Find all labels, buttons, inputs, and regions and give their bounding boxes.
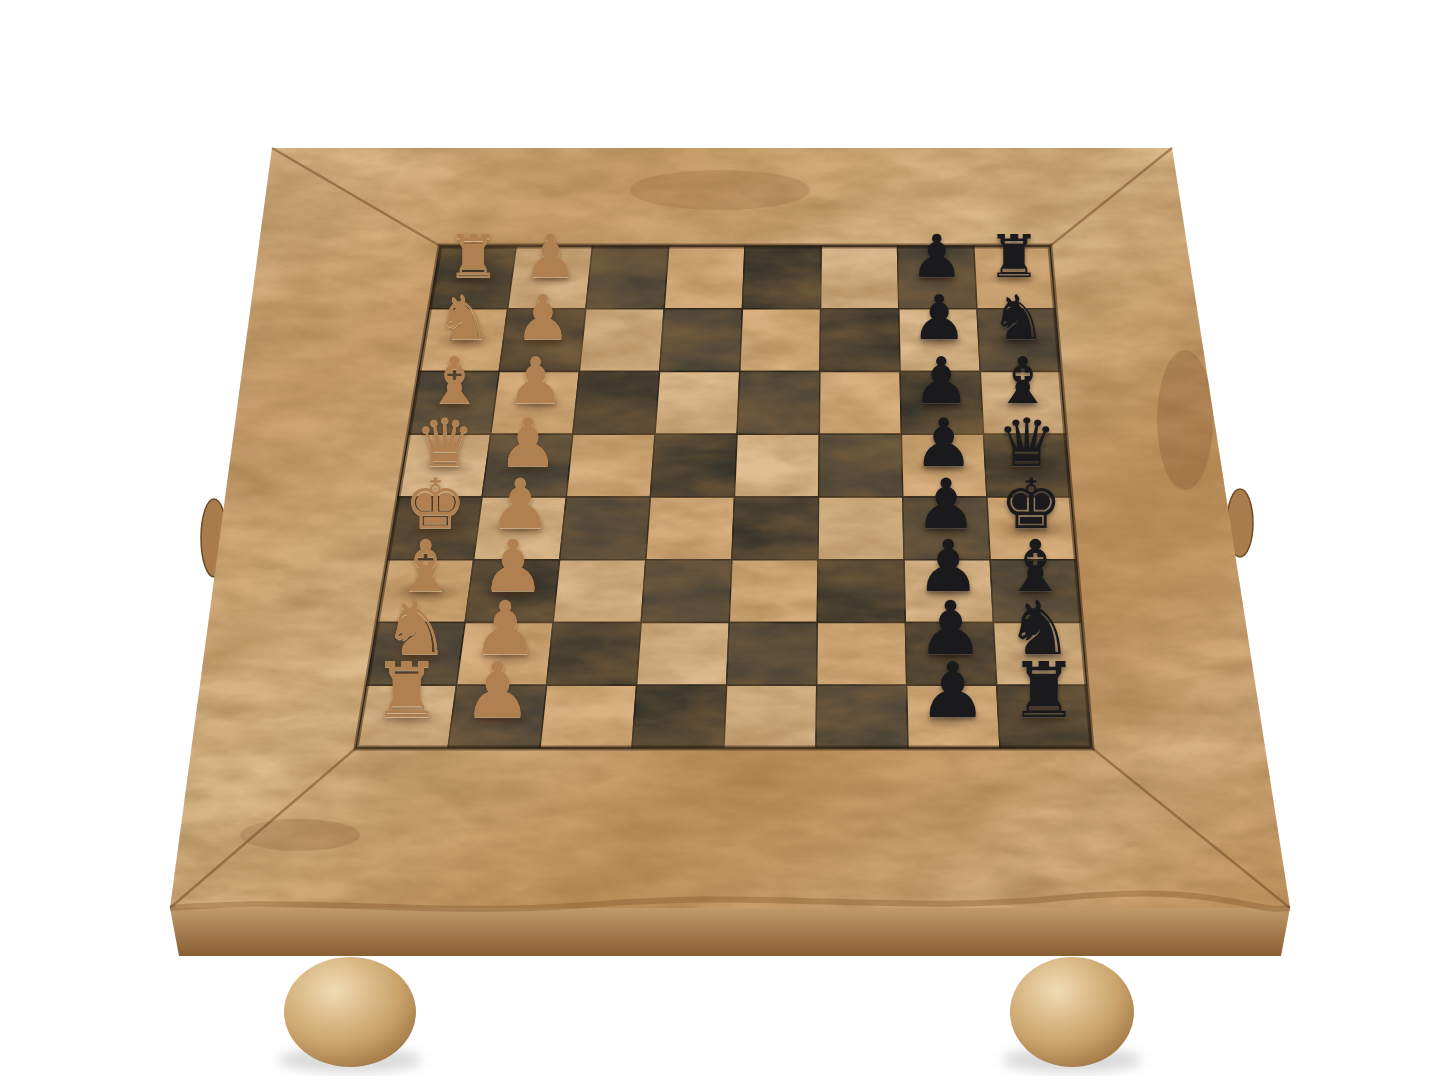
wood-knot [240, 819, 360, 851]
wood-grain-overlay [150, 130, 1310, 930]
table-front-edge [170, 908, 1290, 956]
wood-knot [1157, 350, 1213, 490]
ball-foot-left [284, 957, 416, 1067]
ball-foot-right [1010, 957, 1134, 1067]
table-graphic [0, 0, 1445, 1084]
chess-table-photo: ♜♟♟♜♞♟♟♞♝♟♟♝♛♟♟♛♚♟♟♚♝♟♟♝♞♟♟♞♜♟♟♜ [0, 0, 1445, 1084]
wood-knot [630, 170, 810, 210]
